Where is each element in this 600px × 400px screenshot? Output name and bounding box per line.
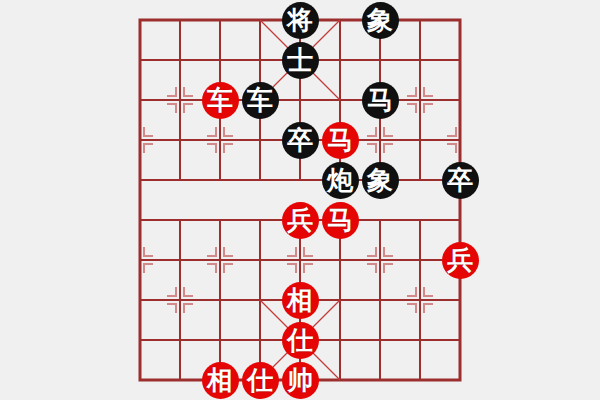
piece-black-cannon[interactable]: 炮 xyxy=(322,162,359,199)
piece-black-general[interactable]: 将 xyxy=(282,2,319,39)
piece-red-general[interactable]: 帅 xyxy=(282,362,319,399)
piece-black-chariot[interactable]: 车 xyxy=(242,82,279,119)
xiangqi-game-screen: 将象士车车马卒马炮象卒兵马兵相仕相仕帅 xyxy=(0,0,600,400)
piece-red-horse[interactable]: 马 xyxy=(322,122,359,159)
piece-red-advisor[interactable]: 仕 xyxy=(242,362,279,399)
piece-red-chariot[interactable]: 车 xyxy=(202,82,239,119)
piece-red-elephant[interactable]: 相 xyxy=(202,362,239,399)
piece-black-advisor[interactable]: 士 xyxy=(282,42,319,79)
piece-red-horse[interactable]: 马 xyxy=(322,202,359,239)
piece-red-elephant[interactable]: 相 xyxy=(282,282,319,319)
piece-red-advisor[interactable]: 仕 xyxy=(282,322,319,359)
piece-red-soldier[interactable]: 兵 xyxy=(282,202,319,239)
piece-black-elephant[interactable]: 象 xyxy=(362,2,399,39)
board-intersections[interactable]: 将象士车车马卒马炮象卒兵马兵相仕相仕帅 xyxy=(120,0,480,400)
piece-black-elephant[interactable]: 象 xyxy=(362,162,399,199)
piece-black-horse[interactable]: 马 xyxy=(362,82,399,119)
piece-black-soldier[interactable]: 卒 xyxy=(282,122,319,159)
piece-red-soldier[interactable]: 兵 xyxy=(442,242,479,279)
piece-black-soldier[interactable]: 卒 xyxy=(442,162,479,199)
